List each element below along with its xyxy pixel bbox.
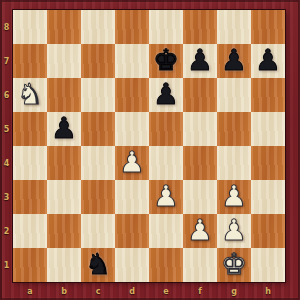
square-b8[interactable] (47, 10, 81, 44)
square-g8[interactable] (217, 10, 251, 44)
chess-board-frame: ♚♟♟♟♞♟♟♟♟♟♟♟♞♚ 87654321 abcdefgh (0, 0, 300, 300)
file-label-d: d (115, 282, 149, 300)
file-label-b: b (47, 282, 81, 300)
square-f2[interactable]: ♟ (183, 214, 217, 248)
rank-label-3: 3 (0, 180, 13, 214)
square-d2[interactable] (115, 214, 149, 248)
square-a6[interactable]: ♞ (13, 78, 47, 112)
square-c4[interactable] (81, 146, 115, 180)
rank-label-1: 1 (0, 248, 13, 282)
square-e3[interactable]: ♟ (149, 180, 183, 214)
square-f3[interactable] (183, 180, 217, 214)
file-label-e: e (149, 282, 183, 300)
black-pawn-h7[interactable]: ♟ (255, 46, 281, 75)
rank-label-2: 2 (0, 214, 13, 248)
square-c3[interactable] (81, 180, 115, 214)
square-h2[interactable] (251, 214, 285, 248)
square-h7[interactable]: ♟ (251, 44, 285, 78)
rank-label-5: 5 (0, 112, 13, 146)
square-e5[interactable] (149, 112, 183, 146)
black-pawn-e6[interactable]: ♟ (153, 80, 179, 109)
square-g2[interactable]: ♟ (217, 214, 251, 248)
square-h3[interactable] (251, 180, 285, 214)
white-pawn-e3[interactable]: ♟ (153, 182, 179, 211)
square-a4[interactable] (13, 146, 47, 180)
file-label-c: c (81, 282, 115, 300)
square-b5[interactable]: ♟ (47, 112, 81, 146)
square-e4[interactable] (149, 146, 183, 180)
rank-label-4: 4 (0, 146, 13, 180)
file-label-a: a (13, 282, 47, 300)
square-b1[interactable] (47, 248, 81, 282)
square-d8[interactable] (115, 10, 149, 44)
black-pawn-b5[interactable]: ♟ (51, 114, 77, 143)
square-c8[interactable] (81, 10, 115, 44)
rank-label-6: 6 (0, 78, 13, 112)
square-f7[interactable]: ♟ (183, 44, 217, 78)
black-knight-c1[interactable]: ♞ (85, 250, 111, 279)
black-king-e7[interactable]: ♚ (153, 46, 179, 75)
file-label-h: h (251, 282, 285, 300)
square-f4[interactable] (183, 146, 217, 180)
square-h1[interactable] (251, 248, 285, 282)
square-c6[interactable] (81, 78, 115, 112)
square-f5[interactable] (183, 112, 217, 146)
square-c2[interactable] (81, 214, 115, 248)
square-b4[interactable] (47, 146, 81, 180)
square-g4[interactable] (217, 146, 251, 180)
square-a7[interactable] (13, 44, 47, 78)
white-pawn-g2[interactable]: ♟ (221, 216, 247, 245)
square-g6[interactable] (217, 78, 251, 112)
square-d5[interactable] (115, 112, 149, 146)
square-a5[interactable] (13, 112, 47, 146)
square-h6[interactable] (251, 78, 285, 112)
file-label-g: g (217, 282, 251, 300)
square-f6[interactable] (183, 78, 217, 112)
chess-board: ♚♟♟♟♞♟♟♟♟♟♟♟♞♚ (13, 10, 285, 282)
square-c5[interactable] (81, 112, 115, 146)
white-knight-a6[interactable]: ♞ (17, 80, 43, 109)
square-d1[interactable] (115, 248, 149, 282)
square-b3[interactable] (47, 180, 81, 214)
square-b6[interactable] (47, 78, 81, 112)
rank-label-7: 7 (0, 44, 13, 78)
square-h4[interactable] (251, 146, 285, 180)
square-g7[interactable]: ♟ (217, 44, 251, 78)
square-d6[interactable] (115, 78, 149, 112)
square-h5[interactable] (251, 112, 285, 146)
square-f1[interactable] (183, 248, 217, 282)
square-b2[interactable] (47, 214, 81, 248)
square-a8[interactable] (13, 10, 47, 44)
square-d4[interactable]: ♟ (115, 146, 149, 180)
white-pawn-g3[interactable]: ♟ (221, 182, 247, 211)
square-a3[interactable] (13, 180, 47, 214)
square-d7[interactable] (115, 44, 149, 78)
white-pawn-d4[interactable]: ♟ (119, 148, 145, 177)
square-g5[interactable] (217, 112, 251, 146)
square-d3[interactable] (115, 180, 149, 214)
square-c1[interactable]: ♞ (81, 248, 115, 282)
white-pawn-f2[interactable]: ♟ (187, 216, 213, 245)
square-a1[interactable] (13, 248, 47, 282)
square-a2[interactable] (13, 214, 47, 248)
square-h8[interactable] (251, 10, 285, 44)
file-label-f: f (183, 282, 217, 300)
square-e8[interactable] (149, 10, 183, 44)
rank-label-8: 8 (0, 10, 13, 44)
square-e6[interactable]: ♟ (149, 78, 183, 112)
square-c7[interactable] (81, 44, 115, 78)
black-pawn-f7[interactable]: ♟ (187, 46, 213, 75)
square-g1[interactable]: ♚ (217, 248, 251, 282)
white-king-g1[interactable]: ♚ (221, 250, 247, 279)
square-g3[interactable]: ♟ (217, 180, 251, 214)
square-f8[interactable] (183, 10, 217, 44)
black-pawn-g7[interactable]: ♟ (221, 46, 247, 75)
square-b7[interactable] (47, 44, 81, 78)
square-e2[interactable] (149, 214, 183, 248)
square-e1[interactable] (149, 248, 183, 282)
square-e7[interactable]: ♚ (149, 44, 183, 78)
